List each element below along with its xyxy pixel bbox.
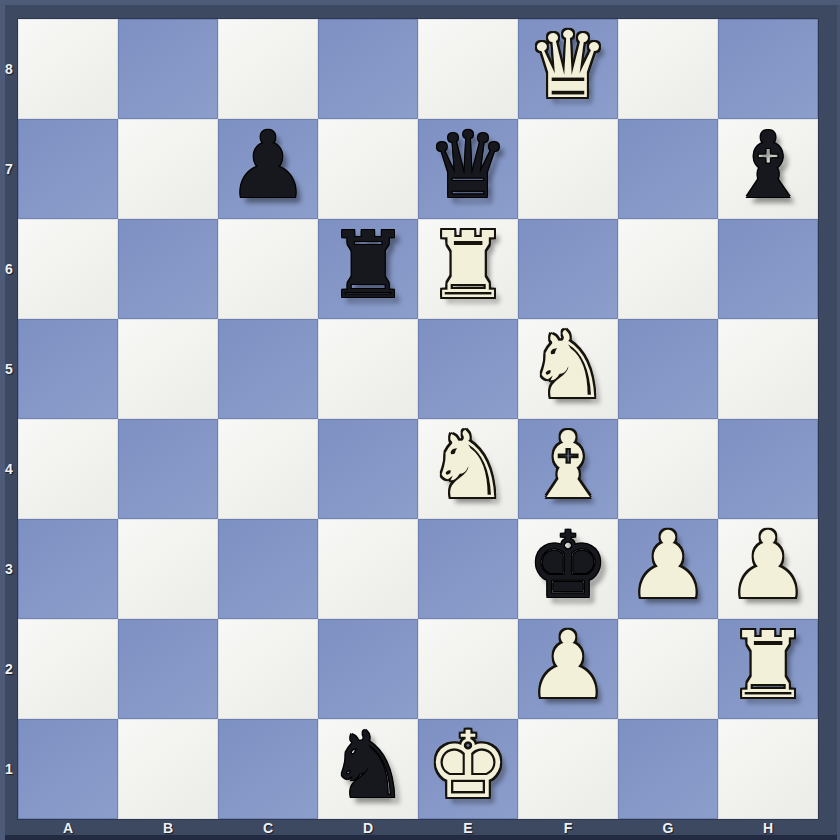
square-c2[interactable] — [218, 619, 318, 719]
square-b4[interactable] — [118, 419, 218, 519]
square-c1[interactable] — [218, 719, 318, 819]
square-g1[interactable] — [618, 719, 718, 819]
square-a1[interactable] — [18, 719, 118, 819]
square-f4[interactable]: ♝ — [518, 419, 618, 519]
board-frame: ♛♟♛♝♜♜♞♞♝♚♟♟♟♜♞♚ 87654321 ABCDEFGH — [0, 0, 840, 840]
square-a8[interactable] — [18, 19, 118, 119]
square-g6[interactable] — [618, 219, 718, 319]
white-knight-piece[interactable]: ♞ — [427, 416, 509, 516]
square-f8[interactable]: ♛ — [518, 19, 618, 119]
chess-board: ♛♟♛♝♜♜♞♞♝♚♟♟♟♜♞♚ — [18, 19, 818, 819]
square-a5[interactable] — [18, 319, 118, 419]
square-f7[interactable] — [518, 119, 618, 219]
square-d7[interactable] — [318, 119, 418, 219]
rank-labels: 87654321 — [0, 19, 18, 819]
square-a4[interactable] — [18, 419, 118, 519]
square-b7[interactable] — [118, 119, 218, 219]
square-a3[interactable] — [18, 519, 118, 619]
black-rook-piece[interactable]: ♜ — [327, 216, 409, 316]
rank-label-2: 2 — [0, 619, 18, 719]
rank-label-7: 7 — [0, 119, 18, 219]
square-f6[interactable] — [518, 219, 618, 319]
white-knight-piece[interactable]: ♞ — [527, 316, 609, 416]
file-label-a: A — [18, 819, 118, 837]
square-d2[interactable] — [318, 619, 418, 719]
square-g4[interactable] — [618, 419, 718, 519]
rank-label-4: 4 — [0, 419, 18, 519]
file-label-b: B — [118, 819, 218, 837]
square-e4[interactable]: ♞ — [418, 419, 518, 519]
white-rook-piece[interactable]: ♜ — [727, 616, 809, 716]
square-b2[interactable] — [118, 619, 218, 719]
square-c6[interactable] — [218, 219, 318, 319]
square-d3[interactable] — [318, 519, 418, 619]
square-g8[interactable] — [618, 19, 718, 119]
square-a2[interactable] — [18, 619, 118, 719]
square-h8[interactable] — [718, 19, 818, 119]
square-f3[interactable]: ♚ — [518, 519, 618, 619]
square-b5[interactable] — [118, 319, 218, 419]
square-g5[interactable] — [618, 319, 718, 419]
square-f2[interactable]: ♟ — [518, 619, 618, 719]
square-b8[interactable] — [118, 19, 218, 119]
square-f1[interactable] — [518, 719, 618, 819]
black-knight-piece[interactable]: ♞ — [327, 716, 409, 816]
file-label-g: G — [618, 819, 718, 837]
white-pawn-piece[interactable]: ♟ — [527, 616, 609, 716]
square-e6[interactable]: ♜ — [418, 219, 518, 319]
square-c3[interactable] — [218, 519, 318, 619]
white-queen-piece[interactable]: ♛ — [527, 16, 609, 116]
square-e3[interactable] — [418, 519, 518, 619]
file-label-c: C — [218, 819, 318, 837]
square-d5[interactable] — [318, 319, 418, 419]
rank-label-6: 6 — [0, 219, 18, 319]
rank-label-8: 8 — [0, 19, 18, 119]
white-rook-piece[interactable]: ♜ — [427, 216, 509, 316]
square-d4[interactable] — [318, 419, 418, 519]
white-pawn-piece[interactable]: ♟ — [627, 516, 709, 616]
square-c4[interactable] — [218, 419, 318, 519]
square-e1[interactable]: ♚ — [418, 719, 518, 819]
white-king-piece[interactable]: ♚ — [427, 716, 509, 816]
rank-label-1: 1 — [0, 719, 18, 819]
rank-label-3: 3 — [0, 519, 18, 619]
square-g3[interactable]: ♟ — [618, 519, 718, 619]
square-g2[interactable] — [618, 619, 718, 719]
square-a7[interactable] — [18, 119, 118, 219]
square-h3[interactable]: ♟ — [718, 519, 818, 619]
square-b6[interactable] — [118, 219, 218, 319]
square-h6[interactable] — [718, 219, 818, 319]
file-label-d: D — [318, 819, 418, 837]
file-label-h: H — [718, 819, 818, 837]
square-h1[interactable] — [718, 719, 818, 819]
square-e8[interactable] — [418, 19, 518, 119]
square-h4[interactable] — [718, 419, 818, 519]
black-pawn-piece[interactable]: ♟ — [227, 116, 309, 216]
square-a6[interactable] — [18, 219, 118, 319]
square-e5[interactable] — [418, 319, 518, 419]
square-c7[interactable]: ♟ — [218, 119, 318, 219]
square-g7[interactable] — [618, 119, 718, 219]
square-h5[interactable] — [718, 319, 818, 419]
square-e7[interactable]: ♛ — [418, 119, 518, 219]
rank-label-5: 5 — [0, 319, 18, 419]
black-king-piece[interactable]: ♚ — [527, 516, 609, 616]
square-b1[interactable] — [118, 719, 218, 819]
square-b3[interactable] — [118, 519, 218, 619]
file-label-f: F — [518, 819, 618, 837]
square-c8[interactable] — [218, 19, 318, 119]
square-h7[interactable]: ♝ — [718, 119, 818, 219]
square-e2[interactable] — [418, 619, 518, 719]
square-c5[interactable] — [218, 319, 318, 419]
square-d1[interactable]: ♞ — [318, 719, 418, 819]
square-d8[interactable] — [318, 19, 418, 119]
black-bishop-piece[interactable]: ♝ — [727, 116, 809, 216]
white-pawn-piece[interactable]: ♟ — [727, 516, 809, 616]
file-label-e: E — [418, 819, 518, 837]
black-queen-piece[interactable]: ♛ — [427, 116, 509, 216]
file-labels: ABCDEFGH — [18, 819, 818, 837]
square-h2[interactable]: ♜ — [718, 619, 818, 719]
square-f5[interactable]: ♞ — [518, 319, 618, 419]
white-bishop-piece[interactable]: ♝ — [527, 416, 609, 516]
square-d6[interactable]: ♜ — [318, 219, 418, 319]
